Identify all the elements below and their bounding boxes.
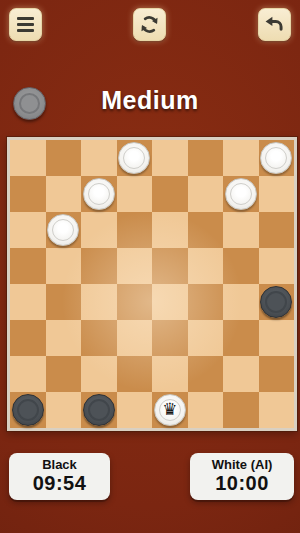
piece-inner-ring bbox=[88, 399, 110, 421]
menu-button[interactable] bbox=[9, 8, 42, 41]
board-frame: ♛ bbox=[7, 137, 297, 431]
board-square bbox=[223, 212, 259, 248]
board: ♛ bbox=[10, 140, 294, 428]
board-square bbox=[46, 248, 82, 284]
board-square bbox=[10, 212, 46, 248]
board-square bbox=[152, 140, 188, 176]
board-square bbox=[117, 392, 153, 428]
board-square[interactable] bbox=[259, 284, 295, 320]
piece-inner-ring bbox=[123, 147, 145, 169]
board-square[interactable] bbox=[188, 212, 224, 248]
black-piece[interactable] bbox=[12, 394, 44, 426]
board-square[interactable] bbox=[46, 284, 82, 320]
board-square[interactable] bbox=[81, 248, 117, 284]
white-clock-time: 10:00 bbox=[215, 472, 269, 495]
board-square[interactable] bbox=[223, 392, 259, 428]
hamburger-icon bbox=[17, 17, 34, 32]
board-square[interactable] bbox=[117, 140, 153, 176]
board-square[interactable] bbox=[46, 140, 82, 176]
board-square[interactable] bbox=[188, 284, 224, 320]
piece-inner-ring bbox=[88, 183, 110, 205]
board-square[interactable] bbox=[223, 320, 259, 356]
white-piece[interactable] bbox=[225, 178, 257, 210]
board-square bbox=[259, 392, 295, 428]
board-square bbox=[188, 320, 224, 356]
black-clock-time: 09:54 bbox=[33, 472, 87, 495]
undo-button[interactable] bbox=[258, 8, 291, 41]
board-square[interactable] bbox=[259, 356, 295, 392]
board-square[interactable] bbox=[152, 248, 188, 284]
board-square bbox=[10, 284, 46, 320]
black-piece[interactable] bbox=[260, 286, 292, 318]
board-square bbox=[152, 356, 188, 392]
board-square[interactable] bbox=[117, 356, 153, 392]
piece-inner-ring bbox=[17, 399, 39, 421]
refresh-icon bbox=[139, 14, 160, 35]
board-square[interactable] bbox=[81, 320, 117, 356]
board-square bbox=[223, 284, 259, 320]
board-square bbox=[259, 320, 295, 356]
board-square[interactable] bbox=[81, 176, 117, 212]
board-square[interactable] bbox=[117, 284, 153, 320]
difficulty-title: Medium bbox=[0, 86, 300, 115]
board-square[interactable] bbox=[10, 248, 46, 284]
board-square bbox=[152, 212, 188, 248]
board-square[interactable] bbox=[152, 176, 188, 212]
board-square[interactable] bbox=[117, 212, 153, 248]
piece-inner-ring bbox=[52, 219, 74, 241]
white-clock-panel: White (AI) 10:00 bbox=[190, 453, 294, 500]
board-square[interactable] bbox=[10, 392, 46, 428]
board-square bbox=[10, 140, 46, 176]
white-piece[interactable] bbox=[118, 142, 150, 174]
board-square[interactable] bbox=[46, 212, 82, 248]
board-square[interactable] bbox=[223, 176, 259, 212]
board-square[interactable] bbox=[259, 212, 295, 248]
board-square[interactable] bbox=[223, 248, 259, 284]
board-square bbox=[117, 176, 153, 212]
piece-inner-ring bbox=[265, 291, 287, 313]
board-square[interactable] bbox=[81, 392, 117, 428]
white-piece[interactable] bbox=[47, 214, 79, 246]
board-square bbox=[188, 176, 224, 212]
board-square[interactable] bbox=[152, 320, 188, 356]
board-square[interactable] bbox=[188, 140, 224, 176]
board-square bbox=[188, 392, 224, 428]
board-square bbox=[259, 248, 295, 284]
board-square bbox=[81, 356, 117, 392]
board-square bbox=[46, 176, 82, 212]
board-square bbox=[81, 284, 117, 320]
black-clock-label: Black bbox=[42, 458, 77, 473]
board-square[interactable] bbox=[10, 320, 46, 356]
board-square bbox=[259, 176, 295, 212]
piece-inner-ring bbox=[265, 147, 287, 169]
board-square bbox=[117, 248, 153, 284]
board-square bbox=[46, 392, 82, 428]
undo-arrow-icon bbox=[264, 14, 285, 35]
king-crown-icon: ♛ bbox=[162, 401, 177, 418]
board-square[interactable] bbox=[10, 176, 46, 212]
board-square bbox=[81, 140, 117, 176]
board-square[interactable] bbox=[46, 356, 82, 392]
black-piece[interactable] bbox=[83, 394, 115, 426]
board-square bbox=[223, 356, 259, 392]
board-square bbox=[152, 284, 188, 320]
piece-inner-ring bbox=[230, 183, 252, 205]
board-square bbox=[81, 212, 117, 248]
white-king-piece[interactable]: ♛ bbox=[154, 394, 186, 426]
white-clock-label: White (AI) bbox=[212, 458, 273, 473]
board-square bbox=[223, 140, 259, 176]
white-piece[interactable] bbox=[83, 178, 115, 210]
board-square bbox=[117, 320, 153, 356]
restart-button[interactable] bbox=[133, 8, 166, 41]
board-square[interactable]: ♛ bbox=[152, 392, 188, 428]
board-square bbox=[46, 320, 82, 356]
black-clock-panel: Black 09:54 bbox=[9, 453, 110, 500]
white-piece[interactable] bbox=[260, 142, 292, 174]
board-square[interactable] bbox=[188, 356, 224, 392]
app-screen: Medium ♛ Black 09:54 White (AI) 10:00 bbox=[0, 0, 300, 533]
board-square bbox=[188, 248, 224, 284]
board-square bbox=[10, 356, 46, 392]
board-square[interactable] bbox=[259, 140, 295, 176]
